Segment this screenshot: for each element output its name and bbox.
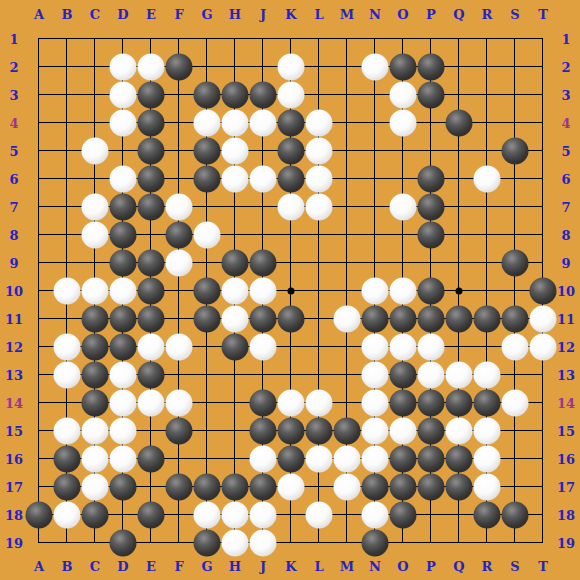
black-stone	[137, 81, 164, 108]
black-stone	[361, 473, 388, 500]
white-stone	[361, 277, 388, 304]
row-label-right: 8	[561, 229, 570, 242]
column-label-top: D	[117, 8, 128, 21]
black-stone	[501, 249, 528, 276]
white-stone	[249, 445, 276, 472]
black-stone	[249, 417, 276, 444]
black-stone	[25, 501, 52, 528]
black-stone	[137, 137, 164, 164]
white-stone	[361, 361, 388, 388]
black-stone	[137, 109, 164, 136]
column-label-top: E	[146, 8, 156, 21]
black-stone	[109, 193, 136, 220]
white-stone	[445, 417, 472, 444]
white-stone	[305, 165, 332, 192]
column-label-top: O	[397, 8, 408, 21]
black-stone	[417, 193, 444, 220]
white-stone	[81, 417, 108, 444]
black-stone	[165, 473, 192, 500]
white-stone	[53, 417, 80, 444]
row-label-right: 18	[557, 509, 575, 522]
row-label-right: 10	[557, 285, 575, 298]
row-label-left: 9	[9, 257, 18, 270]
column-label-top: J	[260, 8, 266, 21]
white-stone	[249, 109, 276, 136]
black-stone	[445, 389, 472, 416]
white-stone	[109, 417, 136, 444]
black-stone	[81, 389, 108, 416]
black-stone	[81, 361, 108, 388]
black-stone	[417, 473, 444, 500]
white-stone	[109, 389, 136, 416]
black-stone	[137, 165, 164, 192]
white-stone	[473, 165, 500, 192]
column-label-top: K	[285, 8, 296, 21]
black-stone	[249, 389, 276, 416]
grid-line-horizontal	[38, 514, 543, 515]
white-stone	[249, 277, 276, 304]
row-label-left: 16	[5, 453, 23, 466]
row-label-left: 18	[5, 509, 23, 522]
column-label-bottom: P	[426, 560, 436, 573]
black-stone	[221, 473, 248, 500]
column-label-bottom: M	[340, 560, 354, 573]
column-label-bottom: Q	[453, 560, 464, 573]
white-stone	[249, 165, 276, 192]
white-stone	[389, 109, 416, 136]
white-stone	[221, 277, 248, 304]
white-stone	[249, 333, 276, 360]
column-label-top: S	[510, 8, 519, 21]
white-stone	[137, 53, 164, 80]
black-stone	[221, 81, 248, 108]
row-label-right: 1	[561, 33, 570, 46]
black-stone	[445, 109, 472, 136]
black-stone	[445, 445, 472, 472]
white-stone	[305, 137, 332, 164]
white-stone	[81, 445, 108, 472]
black-stone	[501, 305, 528, 332]
black-stone	[361, 305, 388, 332]
black-stone	[389, 445, 416, 472]
white-stone	[109, 81, 136, 108]
black-stone	[165, 221, 192, 248]
black-stone	[417, 221, 444, 248]
white-stone	[277, 193, 304, 220]
black-stone	[277, 109, 304, 136]
row-label-left: 3	[9, 89, 18, 102]
white-stone	[417, 333, 444, 360]
column-label-top: Q	[453, 8, 464, 21]
row-label-left: 13	[5, 369, 23, 382]
column-label-bottom: F	[174, 560, 183, 573]
row-label-left: 6	[9, 173, 18, 186]
white-stone	[81, 137, 108, 164]
row-label-left: 4	[9, 117, 18, 130]
black-stone	[193, 165, 220, 192]
black-stone	[53, 473, 80, 500]
white-stone	[165, 249, 192, 276]
white-stone	[137, 389, 164, 416]
row-label-left: 5	[9, 145, 18, 158]
white-stone	[417, 361, 444, 388]
black-stone	[137, 501, 164, 528]
white-stone	[473, 473, 500, 500]
row-label-right: 16	[557, 453, 575, 466]
white-stone	[109, 445, 136, 472]
star-point	[287, 287, 294, 294]
column-label-bottom: B	[62, 560, 73, 573]
white-stone	[361, 501, 388, 528]
black-stone	[193, 277, 220, 304]
column-label-top: R	[482, 8, 493, 21]
row-label-right: 12	[557, 341, 575, 354]
white-stone	[165, 333, 192, 360]
black-stone	[109, 333, 136, 360]
white-stone	[277, 473, 304, 500]
black-stone	[165, 53, 192, 80]
white-stone	[389, 81, 416, 108]
white-stone	[193, 221, 220, 248]
column-label-top: T	[538, 8, 548, 21]
white-stone	[361, 333, 388, 360]
row-label-right: 13	[557, 369, 575, 382]
row-label-left: 12	[5, 341, 23, 354]
column-label-bottom: L	[314, 560, 323, 573]
white-stone	[109, 361, 136, 388]
white-stone	[277, 53, 304, 80]
white-stone	[277, 389, 304, 416]
column-label-bottom: N	[369, 560, 381, 573]
column-label-top: N	[369, 8, 381, 21]
row-label-left: 14	[5, 397, 23, 410]
white-stone	[81, 193, 108, 220]
black-stone	[277, 137, 304, 164]
row-label-right: 15	[557, 425, 575, 438]
white-stone	[389, 277, 416, 304]
black-stone	[389, 305, 416, 332]
white-stone	[333, 305, 360, 332]
white-stone	[333, 473, 360, 500]
white-stone	[81, 277, 108, 304]
black-stone	[137, 305, 164, 332]
black-stone	[249, 249, 276, 276]
black-stone	[193, 473, 220, 500]
black-stone	[137, 277, 164, 304]
black-stone	[389, 389, 416, 416]
white-stone	[53, 333, 80, 360]
white-stone	[333, 445, 360, 472]
black-stone	[81, 305, 108, 332]
row-label-right: 3	[561, 89, 570, 102]
black-stone	[137, 445, 164, 472]
black-stone	[81, 501, 108, 528]
column-label-bottom: S	[510, 560, 519, 573]
black-stone	[501, 501, 528, 528]
grid-line-vertical	[514, 38, 515, 543]
black-stone	[109, 221, 136, 248]
white-stone	[305, 193, 332, 220]
column-label-top: B	[62, 8, 73, 21]
row-label-right: 19	[557, 537, 575, 550]
black-stone	[193, 137, 220, 164]
white-stone	[473, 361, 500, 388]
white-stone	[361, 417, 388, 444]
white-stone	[389, 417, 416, 444]
row-label-right: 4	[561, 117, 570, 130]
row-label-left: 10	[5, 285, 23, 298]
black-stone	[417, 389, 444, 416]
white-stone	[389, 193, 416, 220]
column-label-top: C	[90, 8, 100, 21]
white-stone	[221, 137, 248, 164]
column-label-bottom: D	[117, 560, 128, 573]
white-stone	[389, 333, 416, 360]
row-label-left: 15	[5, 425, 23, 438]
white-stone	[53, 361, 80, 388]
column-label-top: L	[314, 8, 323, 21]
black-stone	[277, 305, 304, 332]
black-stone	[529, 277, 556, 304]
row-label-right: 14	[557, 397, 575, 410]
black-stone	[249, 473, 276, 500]
white-stone	[221, 529, 248, 556]
white-stone	[81, 221, 108, 248]
white-stone	[473, 417, 500, 444]
black-stone	[389, 53, 416, 80]
black-stone	[221, 249, 248, 276]
white-stone	[501, 333, 528, 360]
black-stone	[473, 501, 500, 528]
black-stone	[417, 165, 444, 192]
row-label-left: 17	[5, 481, 23, 494]
black-stone	[81, 333, 108, 360]
black-stone	[389, 473, 416, 500]
row-label-right: 7	[561, 201, 570, 214]
white-stone	[53, 501, 80, 528]
column-label-top: G	[201, 8, 212, 21]
column-label-top: M	[340, 8, 354, 21]
black-stone	[193, 305, 220, 332]
white-stone	[445, 361, 472, 388]
black-stone	[277, 165, 304, 192]
black-stone	[417, 305, 444, 332]
black-stone	[389, 361, 416, 388]
white-stone	[165, 389, 192, 416]
black-stone	[417, 81, 444, 108]
black-stone	[277, 445, 304, 472]
black-stone	[417, 445, 444, 472]
black-stone	[305, 417, 332, 444]
white-stone	[305, 445, 332, 472]
row-label-left: 8	[9, 229, 18, 242]
black-stone	[277, 417, 304, 444]
row-label-left: 7	[9, 201, 18, 214]
column-label-top: A	[34, 8, 44, 21]
white-stone	[137, 333, 164, 360]
white-stone	[165, 193, 192, 220]
white-stone	[249, 501, 276, 528]
white-stone	[305, 389, 332, 416]
black-stone	[361, 529, 388, 556]
white-stone	[109, 109, 136, 136]
black-stone	[417, 277, 444, 304]
column-label-bottom: H	[229, 560, 241, 573]
row-label-right: 2	[561, 61, 570, 74]
column-label-top: F	[174, 8, 183, 21]
white-stone	[501, 389, 528, 416]
black-stone	[109, 249, 136, 276]
white-stone	[221, 109, 248, 136]
row-label-left: 2	[9, 61, 18, 74]
white-stone	[305, 109, 332, 136]
column-label-top: P	[426, 8, 436, 21]
white-stone	[361, 53, 388, 80]
white-stone	[193, 501, 220, 528]
black-stone	[193, 529, 220, 556]
row-label-left: 11	[5, 313, 23, 326]
black-stone	[333, 417, 360, 444]
row-label-right: 6	[561, 173, 570, 186]
column-label-top: H	[229, 8, 241, 21]
column-label-bottom: O	[397, 560, 408, 573]
black-stone	[501, 137, 528, 164]
white-stone	[361, 389, 388, 416]
black-stone	[137, 193, 164, 220]
column-label-bottom: G	[201, 560, 212, 573]
black-stone	[221, 333, 248, 360]
row-label-right: 9	[561, 257, 570, 270]
white-stone	[529, 305, 556, 332]
column-label-bottom: A	[34, 560, 44, 573]
row-label-left: 1	[9, 33, 18, 46]
black-stone	[165, 417, 192, 444]
black-stone	[417, 53, 444, 80]
row-label-right: 11	[557, 313, 575, 326]
black-stone	[249, 305, 276, 332]
white-stone	[249, 529, 276, 556]
black-stone	[473, 389, 500, 416]
black-stone	[193, 81, 220, 108]
white-stone	[277, 81, 304, 108]
black-stone	[417, 417, 444, 444]
white-stone	[221, 305, 248, 332]
white-stone	[305, 501, 332, 528]
white-stone	[221, 501, 248, 528]
column-label-bottom: K	[285, 560, 296, 573]
column-label-bottom: J	[260, 560, 266, 573]
white-stone	[109, 53, 136, 80]
row-label-right: 17	[557, 481, 575, 494]
black-stone	[109, 529, 136, 556]
black-stone	[137, 361, 164, 388]
black-stone	[109, 473, 136, 500]
white-stone	[361, 445, 388, 472]
white-stone	[221, 165, 248, 192]
black-stone	[53, 445, 80, 472]
black-stone	[445, 473, 472, 500]
black-stone	[137, 249, 164, 276]
column-label-bottom: T	[538, 560, 548, 573]
row-label-right: 5	[561, 145, 570, 158]
black-stone	[249, 81, 276, 108]
white-stone	[193, 109, 220, 136]
white-stone	[109, 277, 136, 304]
black-stone	[473, 305, 500, 332]
black-stone	[109, 305, 136, 332]
star-point	[455, 287, 462, 294]
white-stone	[53, 277, 80, 304]
go-board[interactable]: AABBCCDDEEFFGGHHJJKKLLMMNNOOPPQQRRSSTT11…	[0, 0, 580, 580]
black-stone	[389, 501, 416, 528]
row-label-left: 19	[5, 537, 23, 550]
white-stone	[529, 333, 556, 360]
black-stone	[445, 305, 472, 332]
white-stone	[473, 445, 500, 472]
white-stone	[81, 473, 108, 500]
column-label-bottom: C	[90, 560, 100, 573]
column-label-bottom: E	[146, 560, 156, 573]
column-label-bottom: R	[482, 560, 493, 573]
white-stone	[109, 165, 136, 192]
